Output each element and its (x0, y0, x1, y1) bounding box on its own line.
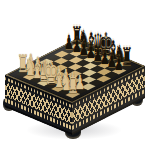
chess-set-photo: ♜♞♝♛♚♝♞♜♟♟♟♟♟♟♟♟♟♟♟♟♟♟♟♟♜♞♝♛♚♝♞♜ (0, 0, 150, 150)
